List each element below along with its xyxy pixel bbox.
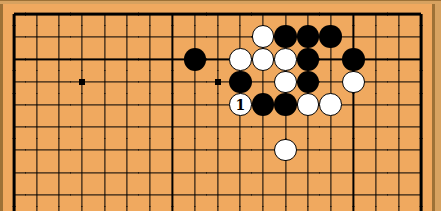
intersection xyxy=(297,3,320,26)
intersection xyxy=(365,116,388,139)
intersection xyxy=(161,139,184,162)
intersection xyxy=(319,184,342,207)
intersection xyxy=(410,161,433,184)
intersection xyxy=(161,116,184,139)
intersection xyxy=(138,161,161,184)
intersection xyxy=(161,93,184,116)
intersection xyxy=(116,25,139,48)
white-stone xyxy=(274,71,297,94)
white-stone-move-1: 1 xyxy=(229,93,252,116)
intersection xyxy=(206,48,229,71)
intersection xyxy=(319,116,342,139)
intersection xyxy=(319,48,342,71)
intersection xyxy=(116,48,139,71)
intersection xyxy=(138,25,161,48)
intersection xyxy=(116,139,139,162)
intersection xyxy=(387,207,410,211)
intersection xyxy=(229,207,252,211)
intersection xyxy=(71,184,94,207)
intersection xyxy=(161,207,184,211)
intersection xyxy=(116,184,139,207)
intersection xyxy=(116,161,139,184)
intersection xyxy=(71,207,94,211)
intersection xyxy=(3,207,26,211)
intersection xyxy=(229,161,252,184)
intersection xyxy=(365,161,388,184)
intersection xyxy=(71,48,94,71)
intersection xyxy=(252,139,275,162)
intersection xyxy=(229,184,252,207)
intersection xyxy=(342,116,365,139)
intersection xyxy=(138,139,161,162)
intersection xyxy=(3,48,26,71)
intersection xyxy=(48,93,71,116)
white-stone xyxy=(252,25,275,48)
intersection xyxy=(297,116,320,139)
intersection xyxy=(138,71,161,94)
intersection xyxy=(342,25,365,48)
intersection xyxy=(3,3,26,26)
intersection xyxy=(25,71,48,94)
intersection xyxy=(93,93,116,116)
intersection xyxy=(274,3,297,26)
intersection xyxy=(184,184,207,207)
intersection xyxy=(229,116,252,139)
black-stone xyxy=(319,25,342,48)
go-board-grid: 1 xyxy=(3,3,433,211)
intersection xyxy=(252,184,275,207)
intersection xyxy=(71,116,94,139)
intersection xyxy=(206,161,229,184)
intersection xyxy=(93,3,116,26)
intersection xyxy=(48,207,71,211)
intersection xyxy=(365,139,388,162)
intersection xyxy=(116,93,139,116)
intersection xyxy=(206,184,229,207)
intersection xyxy=(342,93,365,116)
intersection xyxy=(252,207,275,211)
intersection xyxy=(342,3,365,26)
intersection xyxy=(365,3,388,26)
white-stone xyxy=(319,93,342,116)
intersection xyxy=(297,161,320,184)
intersection xyxy=(25,25,48,48)
intersection xyxy=(116,3,139,26)
intersection xyxy=(93,207,116,211)
intersection xyxy=(71,3,94,26)
intersection xyxy=(410,25,433,48)
white-stone xyxy=(252,48,275,71)
intersection xyxy=(48,184,71,207)
intersection xyxy=(274,207,297,211)
intersection xyxy=(71,161,94,184)
intersection xyxy=(387,184,410,207)
white-stone xyxy=(274,48,297,71)
intersection xyxy=(71,93,94,116)
intersection xyxy=(410,184,433,207)
intersection xyxy=(25,207,48,211)
board-edge-left xyxy=(0,0,3,211)
intersection xyxy=(25,93,48,116)
intersection xyxy=(342,184,365,207)
intersection xyxy=(184,3,207,26)
intersection xyxy=(274,116,297,139)
intersection xyxy=(3,116,26,139)
intersection xyxy=(116,207,139,211)
intersection xyxy=(206,207,229,211)
intersection xyxy=(252,116,275,139)
board-edge-top xyxy=(0,0,441,4)
white-stone xyxy=(342,71,365,94)
intersection xyxy=(3,71,26,94)
intersection xyxy=(410,207,433,211)
move-number-label: 1 xyxy=(235,98,245,112)
star-point-dot xyxy=(215,79,221,85)
intersection xyxy=(138,93,161,116)
black-stone xyxy=(274,93,297,116)
intersection xyxy=(365,48,388,71)
intersection xyxy=(138,207,161,211)
intersection xyxy=(138,48,161,71)
intersection xyxy=(161,161,184,184)
intersection xyxy=(93,71,116,94)
intersection xyxy=(365,71,388,94)
star-point xyxy=(71,71,94,94)
intersection xyxy=(319,161,342,184)
intersection xyxy=(184,139,207,162)
intersection xyxy=(297,184,320,207)
intersection xyxy=(206,3,229,26)
intersection xyxy=(319,207,342,211)
intersection xyxy=(206,25,229,48)
intersection xyxy=(93,116,116,139)
intersection xyxy=(184,71,207,94)
intersection xyxy=(25,161,48,184)
intersection xyxy=(184,116,207,139)
intersection xyxy=(365,25,388,48)
intersection xyxy=(93,161,116,184)
intersection xyxy=(365,207,388,211)
intersection xyxy=(161,71,184,94)
intersection xyxy=(25,139,48,162)
intersection xyxy=(410,3,433,26)
intersection xyxy=(342,161,365,184)
star-point-dot xyxy=(79,79,85,85)
intersection xyxy=(297,207,320,211)
intersection xyxy=(387,48,410,71)
intersection xyxy=(387,71,410,94)
intersection xyxy=(252,71,275,94)
intersection xyxy=(48,71,71,94)
intersection xyxy=(387,161,410,184)
intersection xyxy=(410,116,433,139)
intersection xyxy=(274,161,297,184)
intersection xyxy=(48,48,71,71)
intersection xyxy=(365,93,388,116)
intersection xyxy=(410,48,433,71)
white-stone xyxy=(274,139,297,162)
intersection xyxy=(252,161,275,184)
intersection xyxy=(161,3,184,26)
intersection xyxy=(387,25,410,48)
black-stone xyxy=(184,48,207,71)
intersection xyxy=(116,116,139,139)
intersection xyxy=(274,184,297,207)
intersection xyxy=(3,184,26,207)
intersection xyxy=(161,25,184,48)
intersection xyxy=(25,48,48,71)
intersection xyxy=(387,116,410,139)
black-stone xyxy=(297,48,320,71)
intersection xyxy=(206,93,229,116)
intersection xyxy=(252,3,275,26)
intersection xyxy=(184,25,207,48)
board-edge-right xyxy=(435,0,441,211)
intersection xyxy=(229,3,252,26)
intersection xyxy=(365,184,388,207)
intersection xyxy=(71,25,94,48)
intersection xyxy=(184,207,207,211)
intersection xyxy=(342,207,365,211)
intersection xyxy=(297,139,320,162)
intersection xyxy=(48,161,71,184)
intersection xyxy=(387,3,410,26)
intersection xyxy=(48,139,71,162)
intersection xyxy=(206,116,229,139)
intersection xyxy=(93,139,116,162)
intersection xyxy=(3,25,26,48)
intersection xyxy=(71,139,94,162)
black-stone xyxy=(274,25,297,48)
intersection xyxy=(319,71,342,94)
intersection xyxy=(25,116,48,139)
intersection xyxy=(410,139,433,162)
intersection xyxy=(93,48,116,71)
black-stone xyxy=(342,48,365,71)
intersection xyxy=(410,93,433,116)
intersection xyxy=(319,3,342,26)
go-diagram: 1 xyxy=(0,0,441,211)
intersection xyxy=(387,139,410,162)
intersection xyxy=(3,161,26,184)
intersection xyxy=(25,3,48,26)
intersection xyxy=(138,184,161,207)
intersection xyxy=(319,139,342,162)
intersection xyxy=(48,25,71,48)
intersection xyxy=(387,93,410,116)
intersection xyxy=(93,184,116,207)
intersection xyxy=(161,48,184,71)
intersection xyxy=(48,3,71,26)
intersection xyxy=(229,139,252,162)
intersection xyxy=(410,71,433,94)
intersection xyxy=(138,116,161,139)
star-point xyxy=(206,71,229,94)
intersection xyxy=(229,25,252,48)
white-stone xyxy=(229,48,252,71)
intersection xyxy=(116,71,139,94)
intersection xyxy=(184,93,207,116)
intersection xyxy=(138,3,161,26)
black-stone xyxy=(229,71,252,94)
black-stone xyxy=(252,93,275,116)
intersection xyxy=(3,93,26,116)
intersection xyxy=(48,116,71,139)
intersection xyxy=(93,25,116,48)
intersection xyxy=(3,139,26,162)
intersection xyxy=(206,139,229,162)
intersection xyxy=(184,161,207,184)
intersection xyxy=(161,184,184,207)
intersection xyxy=(342,139,365,162)
intersection xyxy=(25,184,48,207)
